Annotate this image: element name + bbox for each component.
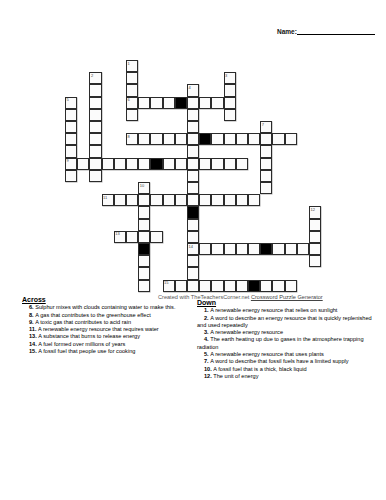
grid-cell[interactable] xyxy=(77,158,89,170)
across-clue: 13. A substance that burns to release en… xyxy=(22,333,192,340)
grid-cell[interactable] xyxy=(224,280,236,292)
grid-cell[interactable] xyxy=(102,158,114,170)
grid-cell[interactable] xyxy=(187,255,199,267)
grid-cell[interactable] xyxy=(236,158,248,170)
block-cell xyxy=(199,133,211,145)
across-clue: 14. A fuel formed over millions of years xyxy=(22,341,192,348)
clue-text: A word to describe that fossil fuels hav… xyxy=(210,358,348,364)
cell-number: 9 xyxy=(67,158,69,163)
clue-text: A renewable energy resource that relies … xyxy=(210,307,337,313)
grid-cell[interactable]: 8 xyxy=(126,133,138,145)
grid-cell[interactable] xyxy=(150,97,162,109)
grid-cell[interactable]: 4 xyxy=(187,84,199,96)
grid-cell[interactable]: 10 xyxy=(138,182,150,194)
grid-cell[interactable] xyxy=(163,158,175,170)
grid-cell[interactable] xyxy=(187,267,199,279)
across-clue: 11. A renewable energy resource that req… xyxy=(22,326,192,333)
grid-cell[interactable] xyxy=(126,231,138,243)
down-clues-section: Down 1. A renewable energy resource that… xyxy=(197,299,381,380)
grid-cell[interactable] xyxy=(224,97,236,109)
across-clue: 9. A toxic gas that contributes to acid … xyxy=(22,319,192,326)
clue-number: 14. xyxy=(29,341,38,347)
cell-number: 5 xyxy=(67,97,69,102)
grid-cell[interactable] xyxy=(199,243,211,255)
grid-cell[interactable] xyxy=(285,133,297,145)
grid-cell[interactable] xyxy=(224,194,236,206)
grid-cell[interactable] xyxy=(138,158,150,170)
grid-cell[interactable] xyxy=(260,280,272,292)
clue-text: A toxic gas that contributes to acid rai… xyxy=(35,319,131,325)
across-clue: 8. A gas that contributes to the greenho… xyxy=(22,312,192,319)
grid-cell[interactable] xyxy=(126,84,138,96)
name-write-line xyxy=(297,28,375,35)
grid-cell[interactable] xyxy=(89,158,101,170)
block-cell xyxy=(150,158,162,170)
grid-cell[interactable] xyxy=(211,194,223,206)
grid-cell[interactable]: 3 xyxy=(224,72,236,84)
clue-number: 10. xyxy=(204,366,213,372)
clue-text: Sulphur mixes with clouds containing wat… xyxy=(35,304,175,310)
block-cell xyxy=(248,280,260,292)
across-clue: 6. Sulphur mixes with clouds containing … xyxy=(22,304,192,311)
grid-cell[interactable] xyxy=(175,280,187,292)
grid-cell[interactable] xyxy=(211,133,223,145)
grid-cell[interactable] xyxy=(65,133,77,145)
clue-text: The earth heating up due to gases in the… xyxy=(197,336,364,349)
grid-cell[interactable] xyxy=(187,219,199,231)
down-clue-list: 1. A renewable energy resource that reli… xyxy=(197,307,381,380)
clue-text: A substance that burns to release energy xyxy=(38,333,140,339)
grid-cell[interactable] xyxy=(187,280,199,292)
grid-cell[interactable]: 7 xyxy=(260,121,272,133)
across-clues-section: Across 6. Sulphur mixes with clouds cont… xyxy=(22,296,192,355)
grid-cell[interactable] xyxy=(126,109,138,121)
grid-cell[interactable] xyxy=(138,255,150,267)
grid-cell[interactable] xyxy=(126,72,138,84)
clue-number: 11. xyxy=(29,326,38,332)
grid-cell[interactable] xyxy=(297,243,309,255)
grid-cell[interactable] xyxy=(285,280,297,292)
across-heading: Across xyxy=(22,296,192,303)
crossword-grid: 123456789101112131415 xyxy=(65,60,322,293)
grid-cell[interactable] xyxy=(138,231,150,243)
grid-cell[interactable] xyxy=(187,194,199,206)
grid-cell[interactable] xyxy=(309,255,321,267)
grid-cell[interactable] xyxy=(199,158,211,170)
cell-number: 10 xyxy=(140,183,144,188)
grid-cell[interactable] xyxy=(236,280,248,292)
clue-text: A word to describe an energy resource th… xyxy=(197,315,372,328)
grid-cell[interactable] xyxy=(260,182,272,194)
grid-cell[interactable] xyxy=(309,219,321,231)
grid-cell[interactable] xyxy=(224,109,236,121)
grid-cell[interactable] xyxy=(187,109,199,121)
grid-cell[interactable]: 14 xyxy=(187,243,199,255)
grid-cell[interactable] xyxy=(224,84,236,96)
clue-text: A renewable energy resource xyxy=(210,329,283,335)
grid-cell[interactable] xyxy=(272,133,284,145)
grid-cell[interactable] xyxy=(187,121,199,133)
grid-cell[interactable] xyxy=(65,170,77,182)
down-clue: 4. The earth heating up due to gases in … xyxy=(197,336,381,351)
grid-cell[interactable] xyxy=(199,194,211,206)
grid-cell[interactable]: 6 xyxy=(126,97,138,109)
clue-number: 15. xyxy=(29,348,38,354)
cell-number: 2 xyxy=(91,73,93,78)
block-cell xyxy=(260,243,272,255)
cell-number: 6 xyxy=(128,97,130,102)
grid-cell[interactable] xyxy=(260,158,272,170)
cell-number: 12 xyxy=(311,207,315,212)
grid-cell[interactable] xyxy=(187,231,199,243)
across-clue: 15. A fossil fuel that people use for co… xyxy=(22,348,192,355)
cell-number: 4 xyxy=(189,85,191,90)
clue-number: 12. xyxy=(204,373,213,379)
block-cell xyxy=(175,97,187,109)
grid-cell[interactable] xyxy=(211,158,223,170)
cell-number: 11 xyxy=(103,195,107,200)
down-clue: 7. A word to describe that fossil fuels … xyxy=(197,358,381,365)
grid-cell[interactable] xyxy=(260,145,272,157)
grid-cell[interactable] xyxy=(211,243,223,255)
grid-cell[interactable] xyxy=(138,267,150,279)
grid-cell[interactable]: 2 xyxy=(89,72,101,84)
grid-cell[interactable] xyxy=(199,280,211,292)
grid-cell[interactable] xyxy=(309,243,321,255)
grid-cell[interactable] xyxy=(138,219,150,231)
cell-number: 3 xyxy=(225,73,227,78)
clue-text: A gas that contributes to the greenhouse… xyxy=(35,312,151,318)
grid-cell[interactable] xyxy=(89,121,101,133)
clue-text: A renewable energy resource that require… xyxy=(38,326,159,332)
grid-cell[interactable] xyxy=(65,121,77,133)
grid-cell[interactable] xyxy=(260,170,272,182)
clue-text: A fossil fuel that is a thick, black liq… xyxy=(213,366,306,372)
grid-cell[interactable] xyxy=(114,158,126,170)
grid-cell[interactable]: 12 xyxy=(309,206,321,218)
cell-number: 8 xyxy=(128,134,130,139)
block-cell xyxy=(187,206,199,218)
grid-cell[interactable] xyxy=(260,133,272,145)
grid-cell[interactable] xyxy=(187,133,199,145)
cell-number: 1 xyxy=(128,61,130,66)
grid-cell[interactable] xyxy=(224,158,236,170)
down-clue: 2. A word to describe an energy resource… xyxy=(197,315,381,330)
grid-cell[interactable]: 5 xyxy=(65,97,77,109)
grid-cell[interactable] xyxy=(65,145,77,157)
block-cell xyxy=(138,243,150,255)
clue-number: 13. xyxy=(29,333,38,339)
grid-cell[interactable] xyxy=(114,194,126,206)
grid-cell[interactable] xyxy=(89,170,101,182)
name-label: Name: xyxy=(277,28,375,35)
grid-cell[interactable] xyxy=(89,145,101,157)
grid-cell[interactable] xyxy=(187,170,199,182)
grid-cell[interactable] xyxy=(211,280,223,292)
grid-cell[interactable] xyxy=(187,145,199,157)
grid-cell[interactable] xyxy=(138,194,150,206)
grid-cell[interactable] xyxy=(89,133,101,145)
grid-cell[interactable] xyxy=(224,243,236,255)
grid-cell[interactable] xyxy=(89,109,101,121)
down-clue: 10. A fossil fuel that is a thick, black… xyxy=(197,366,381,373)
clue-text: A renewable energy resource that uses pl… xyxy=(210,351,324,357)
grid-cell[interactable] xyxy=(285,243,297,255)
grid-cell[interactable] xyxy=(138,97,150,109)
cell-number: 15 xyxy=(164,280,168,285)
grid-cell[interactable] xyxy=(163,194,175,206)
grid-cell[interactable] xyxy=(65,109,77,121)
grid-cell[interactable] xyxy=(89,97,101,109)
grid-cell[interactable] xyxy=(150,133,162,145)
clue-text: A fuel formed over millions of years xyxy=(38,341,125,347)
clue-text: The unit of energy xyxy=(213,373,258,379)
grid-cell[interactable] xyxy=(163,133,175,145)
cell-number: 7 xyxy=(262,122,264,127)
grid-cell[interactable] xyxy=(248,194,260,206)
across-clue-list: 6. Sulphur mixes with clouds containing … xyxy=(22,304,192,355)
name-label-text: Name: xyxy=(277,28,297,35)
grid-cell[interactable] xyxy=(126,194,138,206)
grid-cell[interactable] xyxy=(138,133,150,145)
crossword-worksheet-page: { "game": "crossword", "page": { "name_l… xyxy=(0,0,386,500)
grid-cell[interactable] xyxy=(236,243,248,255)
grid-cell[interactable] xyxy=(150,231,162,243)
down-clue: 12. The unit of energy xyxy=(197,373,381,380)
grid-cell[interactable] xyxy=(248,243,260,255)
grid-cell[interactable] xyxy=(138,206,150,218)
grid-cell[interactable] xyxy=(272,280,284,292)
grid-cell[interactable] xyxy=(150,194,162,206)
down-clue: 5. A renewable energy resource that uses… xyxy=(197,351,381,358)
grid-cell[interactable] xyxy=(126,158,138,170)
grid-cell[interactable]: 9 xyxy=(65,158,77,170)
grid-cell[interactable] xyxy=(309,231,321,243)
grid-cell[interactable] xyxy=(211,97,223,109)
grid-cell[interactable] xyxy=(138,280,150,292)
down-heading: Down xyxy=(197,299,381,306)
grid-cell[interactable]: 15 xyxy=(163,280,175,292)
grid-cell[interactable] xyxy=(248,133,260,145)
cell-number: 14 xyxy=(189,244,193,249)
grid-cell[interactable] xyxy=(175,158,187,170)
cell-number: 13 xyxy=(115,231,119,236)
grid-cell[interactable] xyxy=(199,97,211,109)
grid-cell[interactable] xyxy=(236,194,248,206)
grid-cell[interactable]: 11 xyxy=(102,194,114,206)
grid-cell[interactable] xyxy=(187,182,199,194)
grid-cell[interactable] xyxy=(272,243,284,255)
grid-cell[interactable]: 13 xyxy=(114,231,126,243)
grid-cell[interactable] xyxy=(175,133,187,145)
grid-cell[interactable] xyxy=(236,133,248,145)
grid-cell[interactable] xyxy=(187,158,199,170)
down-clue: 3. A renewable energy resource xyxy=(197,329,381,336)
down-clue: 1. A renewable energy resource that reli… xyxy=(197,307,381,314)
grid-cell[interactable] xyxy=(175,194,187,206)
grid-cell[interactable]: 1 xyxy=(126,60,138,72)
grid-cell[interactable] xyxy=(89,84,101,96)
grid-cell[interactable] xyxy=(224,133,236,145)
grid-cell[interactable] xyxy=(187,97,199,109)
grid-cell[interactable] xyxy=(163,97,175,109)
clue-text: A fossil fuel that people use for cookin… xyxy=(38,348,135,354)
